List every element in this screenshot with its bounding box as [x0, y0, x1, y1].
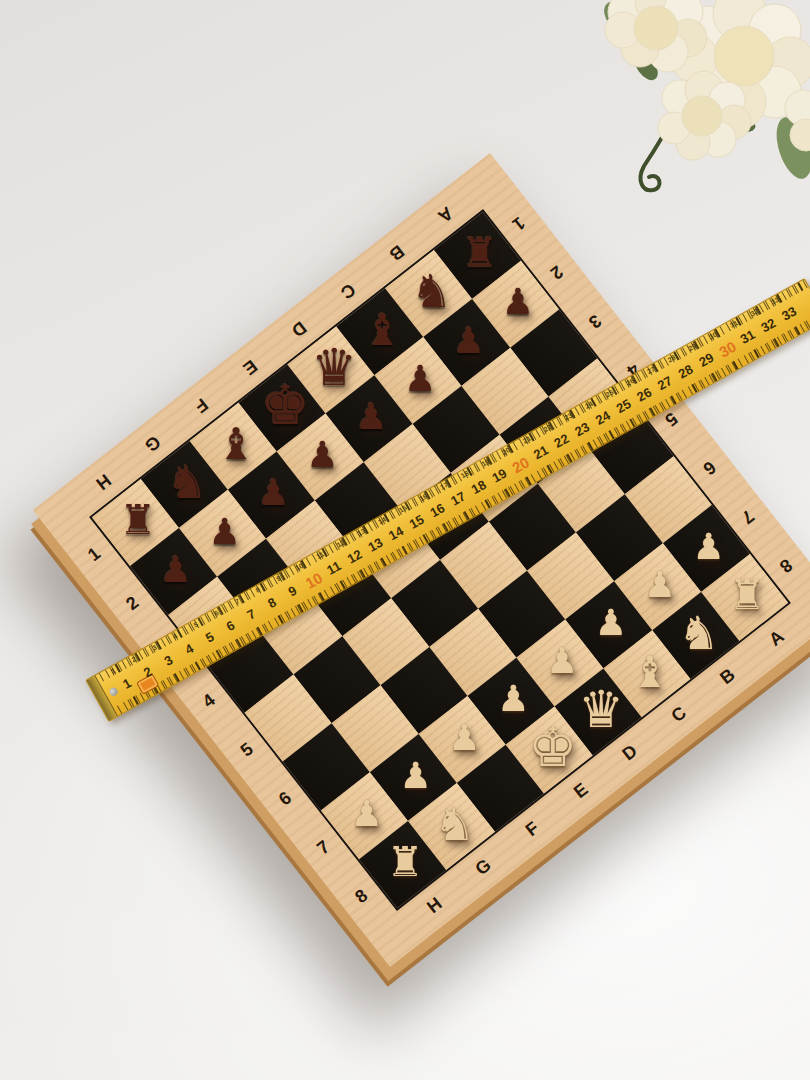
ruler-number-7: 7 [244, 606, 258, 623]
ruler-number-24: 24 [593, 408, 613, 428]
ruler-number-5: 5 [203, 629, 217, 646]
ruler-number-20: 20 [509, 453, 532, 476]
light-pawn-g7[interactable]: ♟ [399, 758, 431, 794]
ruler-number-9: 9 [286, 583, 300, 600]
ruler-number-22: 22 [552, 431, 572, 451]
ruler-number-18: 18 [469, 477, 489, 497]
ruler-number-19: 19 [489, 465, 509, 485]
rank-label-2-bottom: 2 [122, 592, 143, 615]
ruler-number-27: 27 [655, 373, 675, 393]
dark-pawn-h2[interactable]: ♟ [160, 552, 192, 588]
board-squares-grid: ♜♟♟♜♞♟♟♞♝♟♟♝♛♟♟♛♚♟♟♚♝♟♟♞♟♟♞♜♟♟♜ [92, 212, 788, 908]
rank-label-7-top: 7 [737, 505, 758, 528]
ruler-number-14: 14 [386, 523, 406, 543]
photo-scene: ♜♟♟♜♞♟♟♞♝♟♟♝♛♟♟♛♚♟♟♚♝♟♟♞♟♟♞♜♟♟♜ 11AA22BB… [0, 0, 810, 1080]
file-label-D-right: D [618, 741, 641, 766]
dark-pawn-c2[interactable]: ♟ [404, 361, 436, 397]
file-label-B-right: B [716, 664, 739, 689]
file-label-H-left: H [92, 469, 115, 494]
ruler-number-28: 28 [676, 361, 696, 381]
dark-pawn-d2[interactable]: ♟ [355, 399, 387, 435]
light-rook-h8[interactable]: ♜ [387, 842, 424, 883]
ruler-number-16: 16 [427, 500, 447, 520]
light-knight-g8[interactable]: ♞ [434, 801, 475, 847]
file-label-F-right: F [522, 818, 544, 841]
light-pawn-h7[interactable]: ♟ [351, 796, 383, 832]
file-label-D-left: D [287, 317, 310, 342]
light-pawn-d7[interactable]: ♟ [546, 643, 578, 679]
rank-label-1-top: 1 [508, 212, 529, 235]
ruler-number-15: 15 [407, 512, 427, 532]
dark-pawn-a2[interactable]: ♟ [502, 284, 534, 320]
ruler-number-23: 23 [572, 419, 592, 439]
dark-pawn-g2[interactable]: ♟ [209, 514, 241, 550]
chess-board: ♜♟♟♜♞♟♟♞♝♟♟♝♛♟♟♛♚♟♟♚♝♟♟♞♟♟♞♜♟♟♜ 11AA22BB… [33, 153, 810, 967]
light-king-e8[interactable]: ♚ [528, 720, 577, 775]
light-bishop-c8[interactable]: ♝ [630, 650, 669, 694]
ruler-number-30: 30 [716, 338, 739, 361]
file-label-F-left: F [190, 394, 212, 417]
dark-rook-h1[interactable]: ♜ [120, 500, 157, 541]
file-label-H-right: H [423, 893, 446, 918]
dark-king-e1[interactable]: ♚ [261, 378, 310, 433]
ruler-number-12: 12 [345, 546, 365, 566]
file-label-A-right: A [765, 626, 788, 651]
light-rook-a8[interactable]: ♜ [729, 575, 766, 616]
light-pawn-a7[interactable]: ♟ [693, 529, 725, 565]
file-label-E-left: E [239, 355, 261, 379]
rank-label-5-bottom: 5 [237, 739, 258, 762]
rank-label-7-bottom: 7 [313, 836, 334, 859]
flower-bouquet [588, 0, 810, 238]
dark-pawn-b2[interactable]: ♟ [453, 323, 485, 359]
ruler-number-29: 29 [696, 350, 716, 370]
light-knight-b8[interactable]: ♞ [678, 610, 719, 656]
file-label-E-right: E [570, 779, 592, 803]
rank-label-6-bottom: 6 [275, 788, 296, 811]
dark-knight-g1[interactable]: ♞ [167, 459, 208, 505]
dark-pawn-e2[interactable]: ♟ [306, 437, 338, 473]
ruler-number-4: 4 [182, 641, 196, 658]
light-queen-d8[interactable]: ♛ [578, 684, 624, 735]
ruler-number-26: 26 [634, 385, 654, 405]
dark-rook-a1[interactable]: ♜ [462, 233, 499, 274]
dark-bishop-f1[interactable]: ♝ [216, 422, 255, 466]
ruler-metal-tip [87, 676, 118, 721]
chess-board-surface: ♜♟♟♜♞♟♟♞♝♟♟♝♛♟♟♛♚♟♟♚♝♟♟♞♟♟♞♜♟♟♜ 11AA22BB… [33, 153, 810, 967]
rank-label-2-top: 2 [546, 261, 567, 284]
dark-pawn-f2[interactable]: ♟ [257, 475, 289, 511]
file-label-C-left: C [336, 278, 359, 303]
ruler-number-25: 25 [614, 396, 634, 416]
light-pawn-f7[interactable]: ♟ [448, 720, 480, 756]
ruler-number-11: 11 [324, 558, 343, 578]
ruler-rivet [108, 686, 119, 697]
ruler-number-10: 10 [302, 569, 325, 592]
file-label-G-left: G [140, 431, 164, 456]
ruler-number-8: 8 [265, 594, 279, 611]
ruler-number-21: 21 [531, 442, 551, 462]
light-pawn-c7[interactable]: ♟ [595, 605, 627, 641]
ruler-number-6: 6 [224, 618, 238, 635]
ruler-number-13: 13 [365, 535, 385, 555]
file-label-A-left: A [434, 202, 457, 227]
ruler-number-33: 33 [779, 304, 799, 324]
dark-queen-d1[interactable]: ♛ [311, 342, 357, 393]
rank-label-6-top: 6 [699, 456, 720, 479]
ruler-number-17: 17 [448, 489, 468, 509]
file-label-C-right: C [667, 702, 690, 727]
file-label-B-left: B [385, 240, 408, 265]
file-label-G-right: G [471, 855, 495, 880]
ruler-number-1: 1 [120, 675, 134, 692]
ruler-number-31: 31 [738, 327, 758, 347]
dark-bishop-c1[interactable]: ♝ [363, 308, 402, 352]
ruler-number-32: 32 [758, 315, 778, 335]
rank-label-3-top: 3 [584, 310, 605, 333]
rank-label-1-bottom: 1 [84, 543, 105, 566]
light-pawn-e7[interactable]: ♟ [497, 681, 529, 717]
light-pawn-b7[interactable]: ♟ [644, 567, 676, 603]
ruler-number-3: 3 [162, 652, 176, 669]
dark-knight-b1[interactable]: ♞ [411, 268, 452, 314]
rank-label-4-bottom: 4 [199, 690, 220, 713]
rank-label-8-top: 8 [775, 554, 796, 577]
rank-label-8-bottom: 8 [351, 885, 372, 908]
